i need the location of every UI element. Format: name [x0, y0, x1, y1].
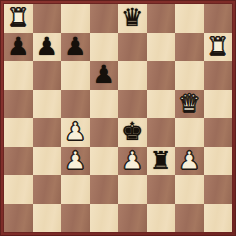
- square-e7[interactable]: [118, 33, 147, 62]
- square-a7[interactable]: ♟: [4, 33, 33, 62]
- square-c6[interactable]: [61, 61, 90, 90]
- square-c7[interactable]: ♟: [61, 33, 90, 62]
- square-g3[interactable]: ♟: [175, 147, 204, 176]
- square-a8[interactable]: ♜: [4, 4, 33, 33]
- piece-white-queen[interactable]: ♛: [178, 90, 200, 119]
- piece-white-pawn[interactable]: ♟: [64, 118, 86, 147]
- square-h2[interactable]: [204, 175, 233, 204]
- piece-white-pawn[interactable]: ♟: [64, 147, 86, 176]
- square-f4[interactable]: [147, 118, 176, 147]
- square-c1[interactable]: [61, 204, 90, 233]
- piece-white-rook[interactable]: ♜: [7, 4, 29, 33]
- square-g8[interactable]: [175, 4, 204, 33]
- piece-white-rook[interactable]: ♜: [207, 33, 229, 62]
- square-f3[interactable]: ♜: [147, 147, 176, 176]
- square-e6[interactable]: [118, 61, 147, 90]
- square-e5[interactable]: [118, 90, 147, 119]
- square-b5[interactable]: [33, 90, 62, 119]
- square-d2[interactable]: [90, 175, 119, 204]
- square-h1[interactable]: [204, 204, 233, 233]
- piece-black-pawn[interactable]: ♟: [36, 33, 58, 62]
- square-h6[interactable]: [204, 61, 233, 90]
- square-a2[interactable]: [4, 175, 33, 204]
- square-a1[interactable]: [4, 204, 33, 233]
- square-e1[interactable]: [118, 204, 147, 233]
- square-f7[interactable]: [147, 33, 176, 62]
- square-f5[interactable]: [147, 90, 176, 119]
- square-f8[interactable]: [147, 4, 176, 33]
- piece-black-pawn[interactable]: ♟: [64, 33, 86, 62]
- piece-black-rook[interactable]: ♜: [150, 147, 172, 176]
- square-f2[interactable]: [147, 175, 176, 204]
- chess-board: ♜♛♟♟♟♜♟♛♟♚♟♟♜♟: [4, 4, 232, 232]
- square-g2[interactable]: [175, 175, 204, 204]
- square-e8[interactable]: ♛: [118, 4, 147, 33]
- square-d8[interactable]: [90, 4, 119, 33]
- square-g1[interactable]: [175, 204, 204, 233]
- square-a6[interactable]: [4, 61, 33, 90]
- square-e4[interactable]: ♚: [118, 118, 147, 147]
- square-h4[interactable]: [204, 118, 233, 147]
- square-c4[interactable]: ♟: [61, 118, 90, 147]
- square-d1[interactable]: [90, 204, 119, 233]
- square-c2[interactable]: [61, 175, 90, 204]
- square-e2[interactable]: [118, 175, 147, 204]
- square-d7[interactable]: [90, 33, 119, 62]
- piece-black-king[interactable]: ♚: [121, 118, 143, 147]
- piece-white-pawn[interactable]: ♟: [178, 147, 200, 176]
- square-b4[interactable]: [33, 118, 62, 147]
- square-b7[interactable]: ♟: [33, 33, 62, 62]
- piece-black-pawn[interactable]: ♟: [7, 33, 29, 62]
- square-d3[interactable]: [90, 147, 119, 176]
- square-h5[interactable]: [204, 90, 233, 119]
- piece-black-queen[interactable]: ♛: [121, 4, 143, 33]
- square-b6[interactable]: [33, 61, 62, 90]
- square-h8[interactable]: [204, 4, 233, 33]
- piece-white-pawn[interactable]: ♟: [121, 147, 143, 176]
- square-c5[interactable]: [61, 90, 90, 119]
- square-b8[interactable]: [33, 4, 62, 33]
- square-g5[interactable]: ♛: [175, 90, 204, 119]
- square-a5[interactable]: [4, 90, 33, 119]
- square-d4[interactable]: [90, 118, 119, 147]
- square-g6[interactable]: [175, 61, 204, 90]
- square-f6[interactable]: [147, 61, 176, 90]
- piece-black-pawn[interactable]: ♟: [93, 61, 115, 90]
- square-h7[interactable]: ♜: [204, 33, 233, 62]
- square-d5[interactable]: [90, 90, 119, 119]
- square-c8[interactable]: [61, 4, 90, 33]
- square-b1[interactable]: [33, 204, 62, 233]
- board-frame: ♜♛♟♟♟♜♟♛♟♚♟♟♜♟: [0, 0, 236, 236]
- square-f1[interactable]: [147, 204, 176, 233]
- square-a3[interactable]: [4, 147, 33, 176]
- square-e3[interactable]: ♟: [118, 147, 147, 176]
- square-b2[interactable]: [33, 175, 62, 204]
- square-h3[interactable]: [204, 147, 233, 176]
- square-g7[interactable]: [175, 33, 204, 62]
- square-c3[interactable]: ♟: [61, 147, 90, 176]
- square-d6[interactable]: ♟: [90, 61, 119, 90]
- square-b3[interactable]: [33, 147, 62, 176]
- square-g4[interactable]: [175, 118, 204, 147]
- square-a4[interactable]: [4, 118, 33, 147]
